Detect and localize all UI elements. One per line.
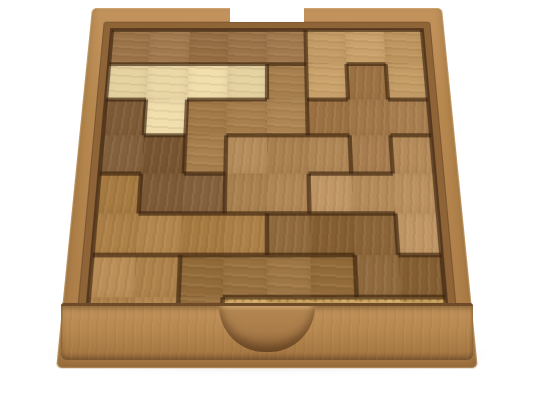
piece-cell-P[interactable]: [267, 174, 310, 214]
piece-cell-Z[interactable]: [225, 99, 266, 136]
piece-cell-U[interactable]: [383, 30, 425, 64]
piece-cell-Z[interactable]: [267, 99, 308, 136]
piece-cell-N[interactable]: [352, 213, 397, 254]
piece-cell-N[interactable]: [309, 213, 354, 254]
piece-cell-W[interactable]: [138, 174, 182, 214]
piece-cell-I1[interactable]: [227, 30, 266, 64]
piece-cell-O[interactable]: [88, 254, 135, 297]
piece-cell-X[interactable]: [387, 99, 430, 136]
piece-cell-I1[interactable]: [188, 30, 228, 64]
piece-cell-U[interactable]: [305, 30, 345, 64]
piece-cell-L[interactable]: [223, 213, 267, 254]
piece-cell-Z[interactable]: [184, 99, 226, 136]
piece-cell-Y[interactable]: [106, 64, 149, 99]
piece-cell-T[interactable]: [390, 136, 434, 174]
piece-cell-T[interactable]: [308, 174, 352, 214]
piece-cell-L2[interactable]: [267, 254, 312, 297]
piece-cell-U[interactable]: [306, 64, 347, 99]
piece-cell-T[interactable]: [350, 174, 394, 214]
piece-cell-X[interactable]: [347, 99, 390, 136]
piece-cell-X[interactable]: [345, 64, 387, 99]
piece-cell-T[interactable]: [395, 213, 441, 254]
piece-cell-I1[interactable]: [267, 30, 306, 64]
piece-cell-Y[interactable]: [143, 99, 186, 136]
piece-cell-U[interactable]: [385, 64, 428, 99]
piece-cell-Y[interactable]: [146, 64, 188, 99]
piece-cell-L[interactable]: [136, 213, 181, 254]
piece-cell-L2[interactable]: [310, 254, 355, 297]
piece-cell-Y[interactable]: [186, 64, 227, 99]
piece-cell-N[interactable]: [397, 254, 444, 297]
piece-cell-P[interactable]: [267, 136, 309, 174]
piece-cell-W[interactable]: [141, 136, 185, 174]
piece-cell-T[interactable]: [392, 174, 437, 214]
piece-cell-L2[interactable]: [222, 254, 267, 297]
piece-cell-N[interactable]: [354, 254, 400, 297]
puzzle-photo: [0, 0, 533, 400]
piece-cell-P[interactable]: [308, 136, 351, 174]
piece-cell-U[interactable]: [344, 30, 385, 64]
piece-cell-Z[interactable]: [267, 64, 307, 99]
piece-cell-P[interactable]: [224, 174, 267, 214]
piece-cell-Z[interactable]: [183, 136, 226, 174]
box-front-wall: [61, 303, 473, 360]
piece-cell-I1[interactable]: [148, 30, 189, 64]
piece-cell-W[interactable]: [102, 99, 145, 136]
puzzle-board: [82, 28, 451, 345]
back-wall-notch: [230, 5, 304, 22]
piece-cell-L[interactable]: [179, 213, 224, 254]
piece-cell-Y[interactable]: [226, 64, 266, 99]
piece-cell-W[interactable]: [181, 174, 225, 214]
piece-cell-L[interactable]: [96, 174, 141, 214]
piece-cell-X[interactable]: [307, 99, 349, 136]
piece-cell-W[interactable]: [99, 136, 143, 174]
piece-cell-O[interactable]: [133, 254, 179, 297]
piece-cell-N[interactable]: [267, 213, 311, 254]
piece-cell-P[interactable]: [225, 136, 267, 174]
piece-cell-X[interactable]: [349, 136, 393, 174]
piece-cell-L2[interactable]: [177, 254, 222, 297]
piece-cell-L[interactable]: [92, 213, 138, 254]
piece-cell-I1[interactable]: [109, 30, 151, 64]
